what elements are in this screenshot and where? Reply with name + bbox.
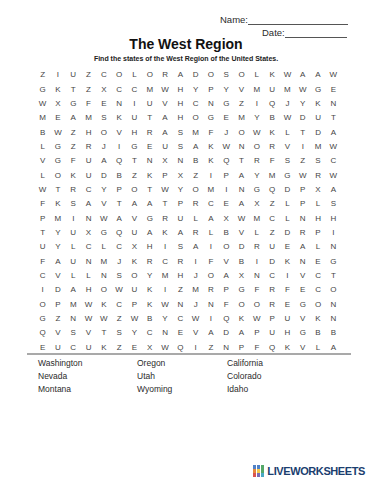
grid-cell-r16c16[interactable]: R <box>265 283 280 297</box>
grid-cell-r10c18[interactable]: P <box>295 197 310 211</box>
grid-cell-r8c20[interactable]: W <box>326 168 341 182</box>
grid-cell-r14c1[interactable]: F <box>35 255 50 269</box>
grid-cell-r3c18[interactable]: Y <box>295 97 310 111</box>
grid-cell-r12c13[interactable]: B <box>219 226 234 240</box>
grid-cell-r19c9[interactable]: N <box>157 326 172 340</box>
grid-cell-r8c18[interactable]: W <box>295 168 310 182</box>
grid-cell-r12c11[interactable]: R <box>188 226 203 240</box>
grid-cell-r16c13[interactable]: P <box>219 283 234 297</box>
grid-cell-r12c2[interactable]: Y <box>50 226 65 240</box>
grid-cell-r14c16[interactable]: D <box>265 255 280 269</box>
grid-cell-r6c7[interactable]: G <box>127 140 142 154</box>
grid-cell-r6c14[interactable]: N <box>234 140 249 154</box>
grid-cell-r14c7[interactable]: K <box>127 255 142 269</box>
grid-cell-r2c2[interactable]: K <box>50 82 65 96</box>
grid-cell-r7c14[interactable]: T <box>234 154 249 168</box>
grid-cell-r17c2[interactable]: P <box>50 298 65 312</box>
grid-cell-r8c10[interactable]: X <box>173 168 188 182</box>
grid-cell-r17c1[interactable]: O <box>35 298 50 312</box>
grid-cell-r2c12[interactable]: P <box>203 82 218 96</box>
grid-cell-r3c14[interactable]: Z <box>234 97 249 111</box>
grid-cell-r13c13[interactable]: O <box>219 240 234 254</box>
grid-cell-r5c6[interactable]: V <box>112 125 127 139</box>
grid-cell-r6c10[interactable]: S <box>173 140 188 154</box>
grid-cell-r16c15[interactable]: F <box>249 283 264 297</box>
grid-cell-r4c4[interactable]: M <box>81 111 96 125</box>
grid-cell-r11c9[interactable]: R <box>157 212 172 226</box>
grid-cell-r9c18[interactable]: P <box>295 183 310 197</box>
grid-cell-r10c19[interactable]: L <box>310 197 325 211</box>
grid-cell-r5c3[interactable]: Z <box>66 125 81 139</box>
grid-cell-r12c20[interactable]: I <box>326 226 341 240</box>
grid-cell-r1c4[interactable]: Z <box>81 68 96 82</box>
grid-cell-r18c9[interactable]: Y <box>157 312 172 326</box>
grid-cell-r13c11[interactable]: A <box>188 240 203 254</box>
grid-cell-r9c3[interactable]: R <box>66 183 81 197</box>
grid-cell-r2c7[interactable]: C <box>127 82 142 96</box>
grid-cell-r8c17[interactable]: G <box>280 168 295 182</box>
grid-cell-r12c15[interactable]: L <box>249 226 264 240</box>
grid-cell-r15c5[interactable]: N <box>96 269 111 283</box>
grid-cell-r17c20[interactable]: N <box>326 298 341 312</box>
grid-cell-r3c5[interactable]: E <box>96 97 111 111</box>
grid-cell-r7c10[interactable]: N <box>173 154 188 168</box>
grid-cell-r14c19[interactable]: E <box>310 255 325 269</box>
grid-cell-r15c19[interactable]: C <box>310 269 325 283</box>
grid-cell-r15c18[interactable]: V <box>295 269 310 283</box>
grid-cell-r19c1[interactable]: Q <box>35 326 50 340</box>
grid-cell-r1c9[interactable]: R <box>157 68 172 82</box>
grid-cell-r8c4[interactable]: U <box>81 168 96 182</box>
grid-cell-r14c6[interactable]: J <box>112 255 127 269</box>
grid-cell-r2c4[interactable]: Z <box>81 82 96 96</box>
grid-cell-r18c6[interactable]: Z <box>112 312 127 326</box>
grid-cell-r2c18[interactable]: W <box>295 82 310 96</box>
grid-cell-r10c11[interactable]: R <box>188 197 203 211</box>
grid-cell-r5c2[interactable]: W <box>50 125 65 139</box>
grid-cell-r19c16[interactable]: U <box>265 326 280 340</box>
grid-cell-r17c4[interactable]: W <box>81 298 96 312</box>
grid-cell-r11c1[interactable]: P <box>35 212 50 226</box>
grid-cell-r17c15[interactable]: O <box>249 298 264 312</box>
grid-cell-r7c13[interactable]: Q <box>219 154 234 168</box>
grid-cell-r11c18[interactable]: N <box>295 212 310 226</box>
grid-cell-r7c9[interactable]: X <box>157 154 172 168</box>
grid-cell-r13c8[interactable]: H <box>142 240 157 254</box>
grid-cell-r17c9[interactable]: W <box>157 298 172 312</box>
grid-cell-r16c17[interactable]: F <box>280 283 295 297</box>
grid-cell-r12c10[interactable]: A <box>173 226 188 240</box>
grid-cell-r13c12[interactable]: I <box>203 240 218 254</box>
grid-cell-r13c5[interactable]: L <box>96 240 111 254</box>
grid-cell-r12c12[interactable]: L <box>203 226 218 240</box>
grid-cell-r17c6[interactable]: C <box>112 298 127 312</box>
grid-cell-r15c10[interactable]: H <box>173 269 188 283</box>
grid-cell-r14c8[interactable]: R <box>142 255 157 269</box>
grid-cell-r6c13[interactable]: W <box>219 140 234 154</box>
grid-cell-r19c7[interactable]: Y <box>127 326 142 340</box>
grid-cell-r9c4[interactable]: C <box>81 183 96 197</box>
grid-cell-r17c19[interactable]: O <box>310 298 325 312</box>
grid-cell-r8c1[interactable]: L <box>35 168 50 182</box>
grid-cell-r7c7[interactable]: T <box>127 154 142 168</box>
grid-cell-r9c14[interactable]: N <box>234 183 249 197</box>
grid-cell-r4c1[interactable]: M <box>35 111 50 125</box>
grid-cell-r19c8[interactable]: C <box>142 326 157 340</box>
grid-cell-r7c17[interactable]: S <box>280 154 295 168</box>
grid-cell-r16c9[interactable]: I <box>157 283 172 297</box>
grid-cell-r11c8[interactable]: G <box>142 212 157 226</box>
grid-cell-r7c4[interactable]: U <box>81 154 96 168</box>
grid-cell-r7c20[interactable]: C <box>326 154 341 168</box>
grid-cell-r17c8[interactable]: K <box>142 298 157 312</box>
grid-cell-r6c12[interactable]: K <box>203 140 218 154</box>
grid-cell-r1c19[interactable]: A <box>310 68 325 82</box>
grid-cell-r18c14[interactable]: K <box>234 312 249 326</box>
grid-cell-r17c12[interactable]: N <box>203 298 218 312</box>
grid-cell-r3c1[interactable]: W <box>35 97 50 111</box>
grid-cell-r8c6[interactable]: B <box>112 168 127 182</box>
grid-cell-r14c11[interactable]: I <box>188 255 203 269</box>
grid-cell-r18c11[interactable]: W <box>188 312 203 326</box>
grid-cell-r10c12[interactable]: C <box>203 197 218 211</box>
grid-cell-r3c16[interactable]: Q <box>265 97 280 111</box>
grid-cell-r6c16[interactable]: R <box>265 140 280 154</box>
grid-cell-r1c18[interactable]: A <box>295 68 310 82</box>
grid-cell-r1c2[interactable]: I <box>50 68 65 82</box>
grid-cell-r9c17[interactable]: D <box>280 183 295 197</box>
grid-cell-r19c11[interactable]: V <box>188 326 203 340</box>
grid-cell-r15c4[interactable]: L <box>81 269 96 283</box>
grid-cell-r2c13[interactable]: Y <box>219 82 234 96</box>
grid-cell-r11c7[interactable]: V <box>127 212 142 226</box>
grid-cell-r5c8[interactable]: R <box>142 125 157 139</box>
grid-cell-r16c2[interactable]: D <box>50 283 65 297</box>
grid-cell-r14c14[interactable]: B <box>234 255 249 269</box>
grid-cell-r16c4[interactable]: H <box>81 283 96 297</box>
grid-cell-r15c9[interactable]: M <box>157 269 172 283</box>
grid-cell-r16c20[interactable]: O <box>326 283 341 297</box>
grid-cell-r10c7[interactable]: A <box>127 197 142 211</box>
grid-cell-r11c20[interactable]: H <box>326 212 341 226</box>
grid-cell-r4c10[interactable]: H <box>173 111 188 125</box>
grid-cell-r18c3[interactable]: N <box>66 312 81 326</box>
grid-cell-r8c13[interactable]: P <box>219 168 234 182</box>
grid-cell-r5c10[interactable]: S <box>173 125 188 139</box>
grid-cell-r16c7[interactable]: U <box>127 283 142 297</box>
grid-cell-r14c18[interactable]: N <box>295 255 310 269</box>
grid-cell-r5c15[interactable]: W <box>249 125 264 139</box>
grid-cell-r13c20[interactable]: N <box>326 240 341 254</box>
grid-cell-r12c18[interactable]: R <box>295 226 310 240</box>
grid-cell-r14c3[interactable]: U <box>66 255 81 269</box>
grid-cell-r10c20[interactable]: S <box>326 197 341 211</box>
grid-cell-r3c11[interactable]: C <box>188 97 203 111</box>
grid-cell-r13c15[interactable]: R <box>249 240 264 254</box>
grid-cell-r17c18[interactable]: G <box>295 298 310 312</box>
grid-cell-r10c17[interactable]: L <box>280 197 295 211</box>
grid-cell-r13c1[interactable]: U <box>35 240 50 254</box>
grid-cell-r8c5[interactable]: D <box>96 168 111 182</box>
grid-cell-r2c8[interactable]: M <box>142 82 157 96</box>
name-input-line[interactable] <box>248 14 348 25</box>
grid-cell-r3c6[interactable]: N <box>112 97 127 111</box>
grid-cell-r17c17[interactable]: E <box>280 298 295 312</box>
grid-cell-r11c4[interactable]: N <box>81 212 96 226</box>
grid-cell-r7c16[interactable]: F <box>265 154 280 168</box>
grid-cell-r9c9[interactable]: W <box>157 183 172 197</box>
grid-cell-r13c9[interactable]: I <box>157 240 172 254</box>
grid-cell-r13c4[interactable]: C <box>81 240 96 254</box>
grid-cell-r18c2[interactable]: Z <box>50 312 65 326</box>
grid-cell-r17c10[interactable]: N <box>173 298 188 312</box>
grid-cell-r9c5[interactable]: Y <box>96 183 111 197</box>
grid-cell-r6c8[interactable]: E <box>142 140 157 154</box>
grid-cell-r11c12[interactable]: A <box>203 212 218 226</box>
grid-cell-r13c6[interactable]: C <box>112 240 127 254</box>
grid-cell-r1c1[interactable]: Z <box>35 68 50 82</box>
grid-cell-r6c6[interactable]: I <box>112 140 127 154</box>
grid-cell-r4c14[interactable]: M <box>234 111 249 125</box>
grid-cell-r4c12[interactable]: G <box>203 111 218 125</box>
grid-cell-r16c5[interactable]: O <box>96 283 111 297</box>
grid-cell-r2c15[interactable]: M <box>249 82 264 96</box>
grid-cell-r16c14[interactable]: G <box>234 283 249 297</box>
grid-cell-r2c3[interactable]: T <box>66 82 81 96</box>
grid-cell-r9c15[interactable]: G <box>249 183 264 197</box>
grid-cell-r19c15[interactable]: P <box>249 326 264 340</box>
grid-cell-r5c17[interactable]: L <box>280 125 295 139</box>
grid-cell-r10c10[interactable]: P <box>173 197 188 211</box>
grid-cell-r18c7[interactable]: W <box>127 312 142 326</box>
grid-cell-r19c4[interactable]: V <box>81 326 96 340</box>
grid-cell-r14c10[interactable]: R <box>173 255 188 269</box>
grid-cell-r1c17[interactable]: W <box>280 68 295 82</box>
grid-cell-r11c10[interactable]: U <box>173 212 188 226</box>
grid-cell-r1c5[interactable]: C <box>96 68 111 82</box>
grid-cell-r1c14[interactable]: O <box>234 68 249 82</box>
grid-cell-r18c19[interactable]: K <box>310 312 325 326</box>
grid-cell-r12c3[interactable]: U <box>66 226 81 240</box>
grid-cell-r13c17[interactable]: E <box>280 240 295 254</box>
grid-cell-r15c17[interactable]: I <box>280 269 295 283</box>
grid-cell-r8c16[interactable]: M <box>265 168 280 182</box>
grid-cell-r13c16[interactable]: U <box>265 240 280 254</box>
grid-cell-r5c14[interactable]: O <box>234 125 249 139</box>
grid-cell-r4c3[interactable]: A <box>66 111 81 125</box>
grid-cell-r14c15[interactable]: I <box>249 255 264 269</box>
grid-cell-r4c5[interactable]: S <box>96 111 111 125</box>
grid-cell-r18c13[interactable]: Q <box>219 312 234 326</box>
grid-cell-r4c18[interactable]: D <box>295 111 310 125</box>
grid-cell-r9c12[interactable]: M <box>203 183 218 197</box>
grid-cell-r18c1[interactable]: G <box>35 312 50 326</box>
grid-cell-r2c17[interactable]: M <box>280 82 295 96</box>
grid-cell-r16c12[interactable]: R <box>203 283 218 297</box>
grid-cell-r14c13[interactable]: V <box>219 255 234 269</box>
grid-cell-r18c16[interactable]: P <box>265 312 280 326</box>
grid-cell-r15c20[interactable]: T <box>326 269 341 283</box>
grid-cell-r8c15[interactable]: Y <box>249 168 264 182</box>
grid-cell-r19c12[interactable]: A <box>203 326 218 340</box>
grid-cell-r3c3[interactable]: G <box>66 97 81 111</box>
grid-cell-r2c9[interactable]: W <box>157 82 172 96</box>
grid-cell-r18c4[interactable]: W <box>81 312 96 326</box>
grid-cell-r5c1[interactable]: B <box>35 125 50 139</box>
grid-cell-r12c6[interactable]: Q <box>112 226 127 240</box>
grid-cell-r9c16[interactable]: Q <box>265 183 280 197</box>
grid-cell-r5c11[interactable]: M <box>188 125 203 139</box>
grid-cell-r9c1[interactable]: W <box>35 183 50 197</box>
grid-cell-r10c14[interactable]: A <box>234 197 249 211</box>
grid-cell-r1c20[interactable]: W <box>326 68 341 82</box>
grid-cell-r19c10[interactable]: E <box>173 326 188 340</box>
grid-cell-r19c3[interactable]: S <box>66 326 81 340</box>
grid-cell-r4c9[interactable]: A <box>157 111 172 125</box>
grid-cell-r7c6[interactable]: Q <box>112 154 127 168</box>
grid-cell-r6c5[interactable]: J <box>96 140 111 154</box>
grid-cell-r5c4[interactable]: H <box>81 125 96 139</box>
grid-cell-r17c5[interactable]: K <box>96 298 111 312</box>
grid-cell-r12c5[interactable]: G <box>96 226 111 240</box>
grid-cell-r17c16[interactable]: R <box>265 298 280 312</box>
grid-cell-r5c13[interactable]: J <box>219 125 234 139</box>
grid-cell-r19c5[interactable]: T <box>96 326 111 340</box>
grid-cell-r5c5[interactable]: O <box>96 125 111 139</box>
grid-cell-r2c11[interactable]: Y <box>188 82 203 96</box>
grid-cell-r15c8[interactable]: Y <box>142 269 157 283</box>
grid-cell-r3c17[interactable]: J <box>280 97 295 111</box>
grid-cell-r5c18[interactable]: T <box>295 125 310 139</box>
grid-cell-r8c19[interactable]: R <box>310 168 325 182</box>
grid-cell-r3c10[interactable]: H <box>173 97 188 111</box>
grid-cell-r4c6[interactable]: K <box>112 111 127 125</box>
grid-cell-r16c6[interactable]: W <box>112 283 127 297</box>
grid-cell-r19c20[interactable]: B <box>326 326 341 340</box>
grid-cell-r5c19[interactable]: D <box>310 125 325 139</box>
grid-cell-r7c1[interactable]: V <box>35 154 50 168</box>
grid-cell-r15c16[interactable]: C <box>265 269 280 283</box>
grid-cell-r11c15[interactable]: M <box>249 212 264 226</box>
grid-cell-r10c5[interactable]: V <box>96 197 111 211</box>
grid-cell-r15c6[interactable]: S <box>112 269 127 283</box>
grid-cell-r6c4[interactable]: R <box>81 140 96 154</box>
grid-cell-r15c2[interactable]: V <box>50 269 65 283</box>
grid-cell-r18c5[interactable]: W <box>96 312 111 326</box>
grid-cell-r6c3[interactable]: Z <box>66 140 81 154</box>
grid-cell-r19c13[interactable]: D <box>219 326 234 340</box>
grid-cell-r19c6[interactable]: S <box>112 326 127 340</box>
grid-cell-r18c18[interactable]: V <box>295 312 310 326</box>
grid-cell-r8c2[interactable]: O <box>50 168 65 182</box>
grid-cell-r8c14[interactable]: A <box>234 168 249 182</box>
grid-cell-r14c20[interactable]: G <box>326 255 341 269</box>
grid-cell-r12c1[interactable]: T <box>35 226 50 240</box>
grid-cell-r18c17[interactable]: U <box>280 312 295 326</box>
grid-cell-r4c2[interactable]: E <box>50 111 65 125</box>
grid-cell-r3c13[interactable]: G <box>219 97 234 111</box>
grid-cell-r1c11[interactable]: D <box>188 68 203 82</box>
grid-cell-r15c7[interactable]: O <box>127 269 142 283</box>
grid-cell-r4c13[interactable]: E <box>219 111 234 125</box>
grid-cell-r13c3[interactable]: L <box>66 240 81 254</box>
grid-cell-r3c8[interactable]: U <box>142 97 157 111</box>
grid-cell-r10c6[interactable]: T <box>112 197 127 211</box>
grid-cell-r1c3[interactable]: U <box>66 68 81 82</box>
grid-cell-r16c1[interactable]: I <box>35 283 50 297</box>
grid-cell-r11c5[interactable]: W <box>96 212 111 226</box>
grid-cell-r2c6[interactable]: C <box>112 82 127 96</box>
grid-cell-r4c11[interactable]: O <box>188 111 203 125</box>
grid-cell-r6c11[interactable]: A <box>188 140 203 154</box>
grid-cell-r16c10[interactable]: Z <box>173 283 188 297</box>
grid-cell-r16c11[interactable]: M <box>188 283 203 297</box>
grid-cell-r9c10[interactable]: Y <box>173 183 188 197</box>
grid-cell-r10c4[interactable]: A <box>81 197 96 211</box>
grid-cell-r12c4[interactable]: X <box>81 226 96 240</box>
grid-cell-r9c8[interactable]: T <box>142 183 157 197</box>
grid-cell-r7c5[interactable]: A <box>96 154 111 168</box>
grid-cell-r14c12[interactable]: F <box>203 255 218 269</box>
grid-cell-r9c6[interactable]: P <box>112 183 127 197</box>
grid-cell-r18c10[interactable]: C <box>173 312 188 326</box>
grid-cell-r2c19[interactable]: G <box>310 82 325 96</box>
grid-cell-r15c3[interactable]: L <box>66 269 81 283</box>
grid-cell-r14c4[interactable]: N <box>81 255 96 269</box>
grid-cell-r9c7[interactable]: O <box>127 183 142 197</box>
grid-cell-r17c7[interactable]: P <box>127 298 142 312</box>
grid-cell-r15c15[interactable]: N <box>249 269 264 283</box>
grid-cell-r12c17[interactable]: D <box>280 226 295 240</box>
grid-cell-r6c20[interactable]: W <box>326 140 341 154</box>
grid-cell-r7c12[interactable]: K <box>203 154 218 168</box>
grid-cell-r10c9[interactable]: T <box>157 197 172 211</box>
grid-cell-r12c14[interactable]: V <box>234 226 249 240</box>
grid-cell-r3c15[interactable]: I <box>249 97 264 111</box>
grid-cell-r16c3[interactable]: A <box>66 283 81 297</box>
grid-cell-r9c11[interactable]: O <box>188 183 203 197</box>
grid-cell-r1c13[interactable]: S <box>219 68 234 82</box>
grid-cell-r18c20[interactable]: N <box>326 312 341 326</box>
grid-cell-r11c3[interactable]: I <box>66 212 81 226</box>
grid-cell-r6c18[interactable]: I <box>295 140 310 154</box>
grid-cell-r8c3[interactable]: K <box>66 168 81 182</box>
grid-cell-r8c12[interactable]: I <box>203 168 218 182</box>
grid-cell-r19c2[interactable]: V <box>50 326 65 340</box>
grid-cell-r8c11[interactable]: Z <box>188 168 203 182</box>
grid-cell-r1c12[interactable]: O <box>203 68 218 82</box>
grid-cell-r1c16[interactable]: K <box>265 68 280 82</box>
grid-cell-r4c20[interactable]: T <box>326 111 341 125</box>
grid-cell-r12c19[interactable]: P <box>310 226 325 240</box>
grid-cell-r7c18[interactable]: Z <box>295 154 310 168</box>
grid-cell-r1c15[interactable]: L <box>249 68 264 82</box>
grid-cell-r3c7[interactable]: I <box>127 97 142 111</box>
grid-cell-r13c18[interactable]: A <box>295 240 310 254</box>
grid-cell-r19c19[interactable]: B <box>310 326 325 340</box>
grid-cell-r8c9[interactable]: P <box>157 168 172 182</box>
grid-cell-r18c8[interactable]: B <box>142 312 157 326</box>
grid-cell-r10c1[interactable]: F <box>35 197 50 211</box>
grid-cell-r7c19[interactable]: S <box>310 154 325 168</box>
grid-cell-r7c3[interactable]: F <box>66 154 81 168</box>
grid-cell-r10c2[interactable]: K <box>50 197 65 211</box>
grid-cell-r4c17[interactable]: W <box>280 111 295 125</box>
grid-cell-r7c8[interactable]: N <box>142 154 157 168</box>
grid-cell-r15c14[interactable]: X <box>234 269 249 283</box>
grid-cell-r13c2[interactable]: Y <box>50 240 65 254</box>
grid-cell-r10c3[interactable]: S <box>66 197 81 211</box>
